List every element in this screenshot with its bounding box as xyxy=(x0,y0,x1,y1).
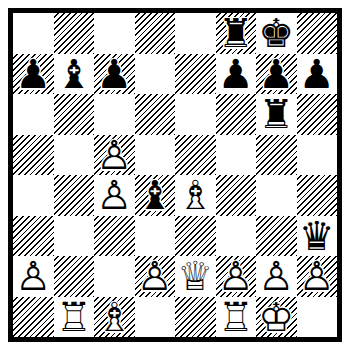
square-a3[interactable] xyxy=(13,216,54,257)
square-b6[interactable] xyxy=(54,94,95,135)
piece-black-bishop: ♝ xyxy=(54,54,95,95)
square-e8[interactable] xyxy=(175,13,216,54)
piece-black-pawn: ♟ xyxy=(256,54,297,95)
piece-black-king: ♚ xyxy=(256,13,297,54)
square-c6[interactable] xyxy=(94,94,135,135)
square-g7[interactable]: ♟ xyxy=(256,54,297,95)
piece-black-rook: ♜ xyxy=(216,13,257,54)
square-h1[interactable] xyxy=(297,297,338,338)
square-c4[interactable]: ♟♙ xyxy=(94,175,135,216)
square-c2[interactable] xyxy=(94,256,135,297)
square-h2[interactable]: ♟♙ xyxy=(297,256,338,297)
square-f6[interactable] xyxy=(216,94,257,135)
piece-white-pawn: ♙ xyxy=(256,256,297,297)
square-c7[interactable]: ♟ xyxy=(94,54,135,95)
piece-fill-layer: ♝ xyxy=(175,175,216,216)
square-d4[interactable]: ♝ xyxy=(135,175,176,216)
square-c3[interactable] xyxy=(94,216,135,257)
square-f2[interactable]: ♟♙ xyxy=(216,256,257,297)
piece-fill-layer: ♟ xyxy=(13,256,54,297)
piece-fill-layer: ♟ xyxy=(94,135,135,176)
piece-white-rook: ♖ xyxy=(216,297,257,338)
piece-black-pawn: ♟ xyxy=(94,54,135,95)
square-e5[interactable] xyxy=(175,135,216,176)
piece-fill-layer: ♟ xyxy=(297,256,338,297)
square-g8[interactable]: ♚ xyxy=(256,13,297,54)
piece-white-pawn: ♙ xyxy=(135,256,176,297)
square-g4[interactable] xyxy=(256,175,297,216)
square-e4[interactable]: ♝♗ xyxy=(175,175,216,216)
square-f4[interactable] xyxy=(216,175,257,216)
piece-fill-layer: ♚ xyxy=(256,297,297,338)
square-h6[interactable] xyxy=(297,94,338,135)
square-a7[interactable]: ♟ xyxy=(13,54,54,95)
square-d3[interactable] xyxy=(135,216,176,257)
square-f8[interactable]: ♜ xyxy=(216,13,257,54)
piece-fill-layer: ♛ xyxy=(175,256,216,297)
piece-white-queen: ♕ xyxy=(175,256,216,297)
piece-white-rook: ♖ xyxy=(54,297,95,338)
square-d7[interactable] xyxy=(135,54,176,95)
piece-white-pawn: ♙ xyxy=(13,256,54,297)
piece-fill-layer: ♜ xyxy=(216,297,257,338)
square-g5[interactable] xyxy=(256,135,297,176)
square-h3[interactable]: ♛ xyxy=(297,216,338,257)
square-b8[interactable] xyxy=(54,13,95,54)
piece-white-pawn: ♙ xyxy=(216,256,257,297)
square-c8[interactable] xyxy=(94,13,135,54)
square-e1[interactable] xyxy=(175,297,216,338)
piece-fill-layer: ♟ xyxy=(216,256,257,297)
piece-black-bishop: ♝ xyxy=(135,175,176,216)
square-h5[interactable] xyxy=(297,135,338,176)
square-g1[interactable]: ♚♔ xyxy=(256,297,297,338)
piece-black-pawn: ♟ xyxy=(297,54,338,95)
piece-black-pawn: ♟ xyxy=(216,54,257,95)
square-c1[interactable]: ♝♗ xyxy=(94,297,135,338)
board-frame: ♜♚♟♝♟♟♟♟♜♟♙♟♙♝♝♗♛♟♙♟♙♛♕♟♙♟♙♟♙♜♖♝♗♜♖♚♔ xyxy=(8,8,342,342)
square-d6[interactable] xyxy=(135,94,176,135)
square-h7[interactable]: ♟ xyxy=(297,54,338,95)
square-d5[interactable] xyxy=(135,135,176,176)
square-a6[interactable] xyxy=(13,94,54,135)
piece-fill-layer: ♟ xyxy=(256,256,297,297)
piece-white-bishop: ♗ xyxy=(175,175,216,216)
square-d1[interactable] xyxy=(135,297,176,338)
piece-white-bishop: ♗ xyxy=(94,297,135,338)
square-a2[interactable]: ♟♙ xyxy=(13,256,54,297)
piece-fill-layer: ♟ xyxy=(94,175,135,216)
square-b5[interactable] xyxy=(54,135,95,176)
square-b3[interactable] xyxy=(54,216,95,257)
square-h4[interactable] xyxy=(297,175,338,216)
square-f1[interactable]: ♜♖ xyxy=(216,297,257,338)
square-d2[interactable]: ♟♙ xyxy=(135,256,176,297)
square-c5[interactable]: ♟♙ xyxy=(94,135,135,176)
square-b7[interactable]: ♝ xyxy=(54,54,95,95)
square-a1[interactable] xyxy=(13,297,54,338)
piece-fill-layer: ♝ xyxy=(94,297,135,338)
square-a5[interactable] xyxy=(13,135,54,176)
square-f3[interactable] xyxy=(216,216,257,257)
square-a4[interactable] xyxy=(13,175,54,216)
square-g6[interactable]: ♜ xyxy=(256,94,297,135)
square-b4[interactable] xyxy=(54,175,95,216)
square-f5[interactable] xyxy=(216,135,257,176)
square-b2[interactable] xyxy=(54,256,95,297)
square-b1[interactable]: ♜♖ xyxy=(54,297,95,338)
piece-black-rook: ♜ xyxy=(256,94,297,135)
piece-white-pawn: ♙ xyxy=(94,135,135,176)
square-g3[interactable] xyxy=(256,216,297,257)
piece-black-queen: ♛ xyxy=(297,216,338,257)
square-g2[interactable]: ♟♙ xyxy=(256,256,297,297)
square-h8[interactable] xyxy=(297,13,338,54)
square-d8[interactable] xyxy=(135,13,176,54)
piece-fill-layer: ♟ xyxy=(135,256,176,297)
piece-white-pawn: ♙ xyxy=(297,256,338,297)
square-e6[interactable] xyxy=(175,94,216,135)
piece-white-pawn: ♙ xyxy=(94,175,135,216)
piece-fill-layer: ♜ xyxy=(54,297,95,338)
piece-white-king: ♔ xyxy=(256,297,297,338)
square-e7[interactable] xyxy=(175,54,216,95)
square-e2[interactable]: ♛♕ xyxy=(175,256,216,297)
square-a8[interactable] xyxy=(13,13,54,54)
chess-board: ♜♚♟♝♟♟♟♟♜♟♙♟♙♝♝♗♛♟♙♟♙♛♕♟♙♟♙♟♙♜♖♝♗♜♖♚♔ xyxy=(13,13,337,337)
piece-black-pawn: ♟ xyxy=(13,54,54,95)
square-f7[interactable]: ♟ xyxy=(216,54,257,95)
chess-diagram: ♜♚♟♝♟♟♟♟♜♟♙♟♙♝♝♗♛♟♙♟♙♛♕♟♙♟♙♟♙♜♖♝♗♜♖♚♔ xyxy=(0,0,350,350)
square-e3[interactable] xyxy=(175,216,216,257)
